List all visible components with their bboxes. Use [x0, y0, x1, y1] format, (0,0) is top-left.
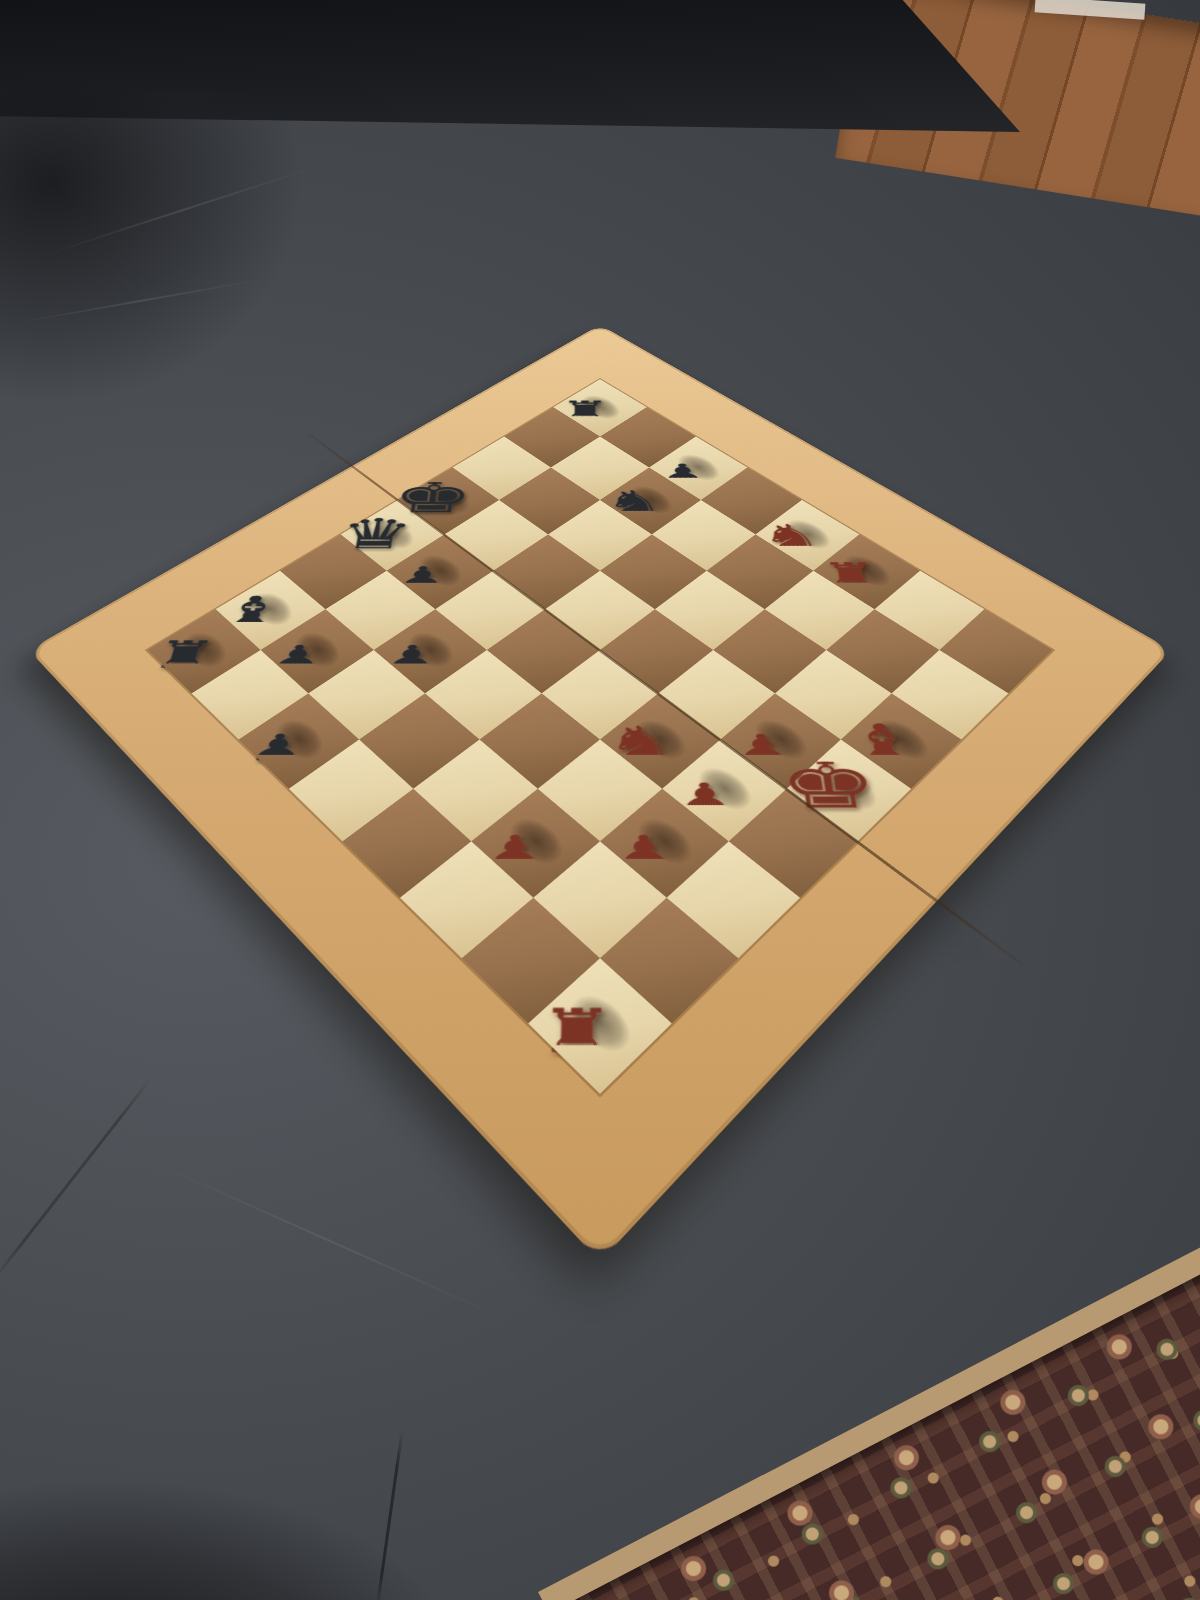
piece-shadow: [745, 711, 818, 767]
ottoman-shadow: [0, 1340, 680, 1600]
piece-shadow: [670, 449, 729, 486]
piece-shadow: [865, 711, 939, 767]
piece-shadow: [286, 625, 351, 675]
piece-shadow: [559, 984, 644, 1064]
piece-shadow: [625, 711, 697, 767]
piece-shadow: [398, 625, 463, 675]
piece-shadow: [420, 480, 478, 519]
piece-shadow: [777, 514, 840, 556]
piece-shadow: [363, 514, 423, 556]
piece-shadow: [240, 586, 302, 633]
leather-seam: [0, 1077, 153, 1284]
piece-shadow: [410, 549, 472, 593]
piece-shadow: [621, 480, 681, 519]
piece-shadow: [835, 549, 900, 593]
piece-shadow: [812, 759, 888, 819]
piece-shadow: [573, 390, 628, 424]
photo-scene: ♜♟♞♜♞♝♚♟♚♛♟♞♟♟♟♝♟♟♜♟♜: [0, 0, 1200, 1600]
piece-shadow: [266, 711, 335, 767]
piece-shadow: [173, 625, 237, 675]
leather-wrinkle: [138, 1155, 523, 1328]
piece-shadow: [499, 809, 574, 873]
sofa-shadow: [0, 90, 420, 510]
piece-shadow: [627, 809, 703, 873]
piece-shadow: [688, 759, 762, 819]
